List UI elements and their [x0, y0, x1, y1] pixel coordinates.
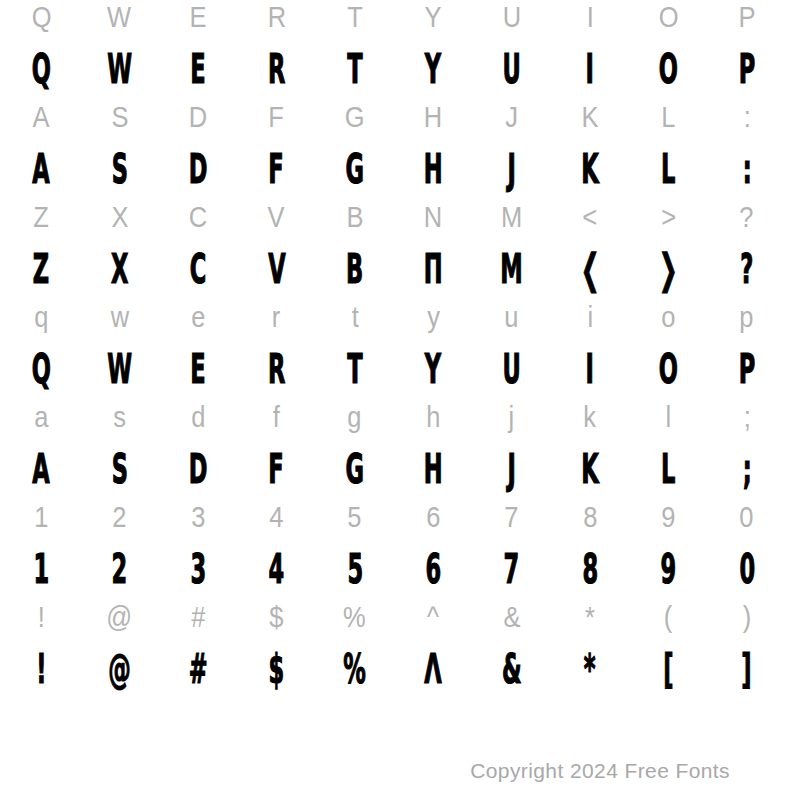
reference-glyph: 4	[269, 502, 283, 532]
reference-glyph-cell: N	[394, 192, 472, 242]
reference-glyph: p	[740, 302, 754, 332]
preview-glyph: 2	[112, 549, 128, 590]
reference-glyph-cell: t	[316, 292, 394, 342]
preview-glyph: H	[424, 449, 443, 490]
preview-glyph: ❮	[581, 249, 600, 290]
preview-glyph-cell: W	[80, 44, 158, 94]
reference-glyph: r	[272, 302, 281, 332]
preview-glyph-cell: E	[159, 344, 237, 394]
reference-row-5: asdfghjkl;	[2, 392, 786, 442]
preview-glyph: $	[269, 649, 285, 690]
preview-glyph: T	[347, 349, 362, 390]
reference-glyph: B	[346, 202, 363, 232]
preview-glyph-cell: A	[2, 144, 80, 194]
reference-glyph: 0	[740, 502, 754, 532]
preview-glyph: 4	[269, 549, 285, 590]
reference-glyph: J	[505, 102, 518, 132]
preview-glyph-cell: ❯	[629, 244, 707, 294]
preview-glyph-cell: A	[2, 444, 80, 494]
reference-glyph-cell: D	[159, 92, 237, 142]
preview-row-5: ASDFGHJKL;	[2, 444, 786, 494]
preview-glyph-cell: @	[80, 644, 158, 694]
preview-glyph-cell: 4	[237, 544, 315, 594]
reference-glyph-cell: 8	[551, 492, 629, 542]
reference-glyph: I	[586, 2, 593, 32]
preview-glyph-cell: F	[237, 144, 315, 194]
preview-glyph-cell: R	[237, 44, 315, 94]
preview-glyph-cell: 9	[629, 544, 707, 594]
reference-glyph-cell: H	[394, 92, 472, 142]
preview-glyph: 3	[190, 549, 206, 590]
preview-glyph: R	[268, 49, 285, 90]
preview-glyph-cell: G	[316, 144, 394, 194]
preview-glyph-cell: U	[472, 344, 550, 394]
preview-glyph-cell: G	[316, 444, 394, 494]
preview-glyph-cell: C	[159, 244, 237, 294]
reference-glyph: Z	[33, 202, 49, 232]
preview-row-6: 1234567890	[2, 544, 786, 594]
reference-glyph-cell: <	[551, 192, 629, 242]
preview-glyph: #	[189, 649, 208, 690]
preview-glyph: J	[507, 449, 515, 490]
preview-glyph-cell: I	[551, 44, 629, 94]
preview-glyph: X	[111, 249, 128, 290]
reference-glyph-cell: B	[316, 192, 394, 242]
preview-glyph-cell: %	[316, 644, 394, 694]
reference-glyph-cell: M	[472, 192, 550, 242]
preview-glyph: I	[586, 49, 594, 90]
preview-glyph: P	[739, 349, 756, 390]
preview-glyph: &	[502, 649, 522, 690]
preview-glyph: F	[269, 149, 284, 190]
preview-glyph: H	[424, 149, 443, 190]
reference-glyph: )	[743, 602, 752, 632]
preview-glyph: J	[507, 149, 515, 190]
reference-glyph-cell: 0	[708, 492, 786, 542]
preview-glyph: W	[107, 49, 132, 90]
reference-glyph-cell: !	[2, 592, 80, 642]
preview-glyph-cell: 7	[472, 544, 550, 594]
preview-glyph: W	[107, 349, 132, 390]
reference-glyph: O	[658, 2, 678, 32]
reference-glyph: U	[502, 2, 520, 32]
reference-glyph: ?	[740, 202, 754, 232]
preview-glyph: O	[659, 349, 678, 390]
reference-glyph: Q	[31, 2, 51, 32]
reference-glyph-cell: 3	[159, 492, 237, 542]
reference-glyph-cell: W	[80, 0, 158, 42]
preview-glyph-cell: $	[237, 644, 315, 694]
preview-glyph: 5	[347, 549, 363, 590]
preview-glyph: %	[343, 649, 366, 690]
reference-glyph-cell: S	[80, 92, 158, 142]
reference-glyph: u	[505, 302, 519, 332]
reference-glyph-cell: k	[551, 392, 629, 442]
reference-glyph-cell: w	[80, 292, 158, 342]
reference-glyph-cell: i	[551, 292, 629, 342]
preview-glyph: 1	[33, 549, 49, 590]
preview-glyph: V	[268, 249, 285, 290]
reference-glyph-cell: p	[708, 292, 786, 342]
preview-glyph: R	[268, 349, 285, 390]
reference-glyph-cell: K	[551, 92, 629, 142]
preview-glyph: G	[346, 449, 365, 490]
preview-glyph-cell: [	[629, 644, 707, 694]
preview-glyph: :	[742, 149, 751, 190]
reference-glyph-cell: ;	[708, 392, 786, 442]
preview-glyph-cell: 6	[394, 544, 472, 594]
reference-glyph-cell: %	[316, 592, 394, 642]
preview-glyph: П	[424, 249, 443, 290]
reference-glyph: t	[351, 302, 358, 332]
reference-glyph: 8	[583, 502, 597, 532]
preview-glyph-cell: P	[708, 44, 786, 94]
preview-glyph-cell: П	[394, 244, 472, 294]
reference-glyph-cell: &	[472, 592, 550, 642]
preview-glyph: 6	[425, 549, 441, 590]
reference-glyph: #	[191, 602, 205, 632]
reference-glyph: s	[113, 402, 126, 432]
reference-row-6: 1234567890	[2, 492, 786, 542]
preview-glyph-cell: H	[394, 444, 472, 494]
preview-glyph-cell: #	[159, 644, 237, 694]
reference-glyph-cell: I	[551, 0, 629, 42]
reference-glyph: H	[424, 102, 442, 132]
preview-glyph: E	[190, 349, 205, 390]
preview-glyph-cell: :	[708, 144, 786, 194]
reference-glyph-cell: s	[80, 392, 158, 442]
reference-glyph: ^	[427, 602, 439, 632]
reference-glyph-cell: 1	[2, 492, 80, 542]
preview-glyph-cell: L	[629, 444, 707, 494]
preview-glyph-cell: L	[629, 144, 707, 194]
reference-glyph-cell: 4	[237, 492, 315, 542]
specimen-sheet: QWERTYUIOPQWERTYUIOPASDFGHJKL:ASDFGHJKL:…	[0, 0, 800, 800]
preview-glyph: Λ	[424, 649, 441, 690]
preview-glyph: S	[111, 149, 127, 190]
preview-glyph: 8	[582, 549, 598, 590]
reference-glyph-cell: (	[629, 592, 707, 642]
reference-glyph-cell: 6	[394, 492, 472, 542]
reference-glyph: @	[107, 602, 133, 632]
preview-glyph-cell: T	[316, 344, 394, 394]
preview-glyph-cell: F	[237, 444, 315, 494]
reference-glyph: o	[661, 302, 675, 332]
reference-glyph: F	[269, 102, 285, 132]
preview-glyph-cell: H	[394, 144, 472, 194]
preview-glyph-cell: 0	[708, 544, 786, 594]
reference-row-1: QWERTYUIOP	[2, 0, 786, 42]
preview-glyph-cell: 1	[2, 544, 80, 594]
preview-glyph-cell: ❮	[551, 244, 629, 294]
preview-glyph-cell: J	[472, 444, 550, 494]
reference-glyph-cell: J	[472, 92, 550, 142]
preview-glyph: M	[500, 249, 522, 290]
preview-glyph: Z	[33, 249, 49, 290]
reference-glyph: <	[583, 202, 598, 232]
preview-glyph: G	[346, 149, 365, 190]
reference-row-2: ASDFGHJKL:	[2, 92, 786, 142]
reference-glyph-cell: X	[80, 192, 158, 242]
reference-glyph-cell: o	[629, 292, 707, 342]
reference-glyph-cell: Q	[2, 0, 80, 42]
preview-row-4: QWERTYUIOP	[2, 344, 786, 394]
reference-glyph: :	[743, 102, 750, 132]
reference-glyph-cell: f	[237, 392, 315, 442]
preview-row-7: !@#$%Λ&*[]	[2, 644, 786, 694]
reference-glyph: *	[585, 602, 595, 632]
preview-glyph-cell: Q	[2, 344, 80, 394]
reference-glyph-cell: ^	[394, 592, 472, 642]
reference-glyph-cell: h	[394, 392, 472, 442]
reference-glyph-cell: e	[159, 292, 237, 342]
preview-glyph-cell: U	[472, 44, 550, 94]
reference-glyph: 1	[34, 502, 48, 532]
reference-glyph: (	[664, 602, 673, 632]
reference-glyph-cell: L	[629, 92, 707, 142]
preview-glyph: T	[347, 49, 362, 90]
reference-glyph-cell: ?	[708, 192, 786, 242]
preview-glyph-cell: T	[316, 44, 394, 94]
preview-glyph-cell: P	[708, 344, 786, 394]
preview-glyph: I	[586, 349, 594, 390]
preview-glyph-cell: X	[80, 244, 158, 294]
preview-glyph: K	[581, 149, 598, 190]
reference-glyph-cell: Y	[394, 0, 472, 42]
reference-glyph: V	[268, 202, 285, 232]
preview-row-1: QWERTYUIOP	[2, 44, 786, 94]
reference-glyph-cell: @	[80, 592, 158, 642]
reference-glyph: a	[34, 402, 48, 432]
preview-glyph-cell: K	[551, 144, 629, 194]
preview-glyph: D	[189, 449, 208, 490]
preview-glyph: S	[111, 449, 127, 490]
preview-glyph-cell: *	[551, 644, 629, 694]
preview-glyph: E	[190, 49, 205, 90]
preview-glyph-cell: O	[629, 344, 707, 394]
preview-glyph: F	[269, 449, 284, 490]
reference-glyph: h	[426, 402, 440, 432]
preview-glyph-cell: S	[80, 144, 158, 194]
preview-glyph-cell: 5	[316, 544, 394, 594]
preview-glyph-cell: D	[159, 144, 237, 194]
reference-glyph: P	[738, 2, 755, 32]
reference-glyph-cell: A	[2, 92, 80, 142]
preview-glyph: !	[36, 649, 46, 690]
preview-glyph-cell: Λ	[394, 644, 472, 694]
reference-glyph: %	[343, 602, 366, 632]
preview-glyph-cell: B	[316, 244, 394, 294]
preview-row-3: ZXCVBПM❮❯?	[2, 244, 786, 294]
preview-glyph-cell: Z	[2, 244, 80, 294]
reference-glyph: w	[110, 302, 128, 332]
preview-glyph-cell: Y	[394, 344, 472, 394]
preview-glyph-cell: D	[159, 444, 237, 494]
reference-glyph: &	[503, 602, 520, 632]
reference-glyph-cell: G	[316, 92, 394, 142]
reference-glyph: E	[189, 2, 206, 32]
preview-glyph: U	[502, 49, 520, 90]
reference-glyph-cell: )	[708, 592, 786, 642]
preview-glyph-cell: J	[472, 144, 550, 194]
reference-glyph-cell: 5	[316, 492, 394, 542]
reference-glyph: g	[348, 402, 362, 432]
reference-glyph-cell: g	[316, 392, 394, 442]
reference-glyph-cell: #	[159, 592, 237, 642]
reference-glyph: e	[191, 302, 205, 332]
reference-glyph: $	[269, 602, 283, 632]
reference-glyph-cell: y	[394, 292, 472, 342]
reference-glyph-cell: F	[237, 92, 315, 142]
reference-glyph: D	[189, 102, 207, 132]
reference-glyph-cell: V	[237, 192, 315, 242]
preview-glyph: Q	[32, 49, 51, 90]
preview-glyph: K	[581, 449, 598, 490]
copyright-text: Copyright 2024 Free Fonts	[470, 759, 730, 783]
reference-glyph: 6	[426, 502, 440, 532]
reference-glyph: X	[111, 202, 128, 232]
preview-glyph: *	[584, 649, 596, 690]
reference-glyph-cell: P	[708, 0, 786, 42]
preview-glyph: ?	[740, 249, 753, 290]
preview-glyph-cell: &	[472, 644, 550, 694]
reference-glyph-cell: q	[2, 292, 80, 342]
reference-glyph: G	[345, 102, 365, 132]
reference-glyph: 7	[505, 502, 519, 532]
preview-glyph-cell: W	[80, 344, 158, 394]
preview-glyph-cell: 8	[551, 544, 629, 594]
reference-glyph: 5	[348, 502, 362, 532]
preview-glyph-cell: ]	[708, 644, 786, 694]
preview-glyph-cell: V	[237, 244, 315, 294]
preview-glyph: 7	[504, 549, 520, 590]
preview-glyph: ;	[742, 449, 751, 490]
reference-glyph-cell: *	[551, 592, 629, 642]
reference-glyph-cell: O	[629, 0, 707, 42]
preview-glyph-cell: 3	[159, 544, 237, 594]
reference-glyph-cell: u	[472, 292, 550, 342]
reference-glyph-cell: R	[237, 0, 315, 42]
reference-glyph-cell: $	[237, 592, 315, 642]
reference-glyph: d	[191, 402, 205, 432]
reference-row-7: !@#$%^&*()	[2, 592, 786, 642]
preview-glyph: A	[32, 449, 49, 490]
reference-glyph: 3	[191, 502, 205, 532]
reference-glyph: C	[189, 202, 207, 232]
preview-glyph-cell: K	[551, 444, 629, 494]
preview-glyph-cell: 2	[80, 544, 158, 594]
preview-glyph-cell: ;	[708, 444, 786, 494]
reference-glyph-cell: E	[159, 0, 237, 42]
preview-glyph: @	[108, 649, 131, 690]
preview-glyph-cell: I	[551, 344, 629, 394]
reference-glyph-cell: r	[237, 292, 315, 342]
preview-glyph-cell: O	[629, 44, 707, 94]
reference-glyph-cell: 7	[472, 492, 550, 542]
preview-glyph: Y	[425, 349, 441, 390]
reference-glyph: 2	[113, 502, 127, 532]
preview-glyph: D	[189, 149, 208, 190]
reference-glyph: !	[38, 602, 45, 632]
preview-glyph-cell: M	[472, 244, 550, 294]
reference-glyph: i	[587, 302, 593, 332]
reference-glyph-cell: j	[472, 392, 550, 442]
preview-glyph-cell: R	[237, 344, 315, 394]
preview-glyph: O	[659, 49, 678, 90]
reference-glyph-cell: Z	[2, 192, 80, 242]
reference-glyph: A	[33, 102, 50, 132]
preview-glyph: Q	[32, 349, 51, 390]
reference-glyph: ;	[743, 402, 750, 432]
preview-glyph-cell: Q	[2, 44, 80, 94]
reference-glyph: R	[267, 2, 285, 32]
reference-glyph: M	[501, 202, 522, 232]
preview-glyph: U	[502, 349, 520, 390]
reference-glyph: f	[273, 402, 280, 432]
reference-glyph-cell: U	[472, 0, 550, 42]
reference-glyph: N	[424, 202, 442, 232]
reference-row-3: ZXCVBNM<>?	[2, 192, 786, 242]
preview-glyph: 9	[661, 549, 677, 590]
reference-glyph: L	[661, 102, 675, 132]
reference-glyph-cell: d	[159, 392, 237, 442]
reference-glyph: K	[581, 102, 598, 132]
preview-glyph-cell: E	[159, 44, 237, 94]
preview-glyph: L	[661, 449, 675, 490]
preview-glyph: 0	[739, 549, 755, 590]
preview-glyph: P	[739, 49, 756, 90]
reference-glyph-cell: l	[629, 392, 707, 442]
preview-glyph: B	[346, 249, 363, 290]
reference-glyph-cell: C	[159, 192, 237, 242]
preview-glyph-cell: S	[80, 444, 158, 494]
reference-glyph: >	[661, 202, 676, 232]
preview-glyph-cell: Y	[394, 44, 472, 94]
preview-glyph: A	[32, 149, 49, 190]
reference-glyph-cell: 2	[80, 492, 158, 542]
reference-glyph: Y	[425, 2, 442, 32]
preview-glyph: C	[190, 249, 207, 290]
reference-glyph: S	[111, 102, 128, 132]
preview-glyph: ]	[742, 649, 752, 690]
reference-row-4: qwertyuiop	[2, 292, 786, 342]
reference-glyph: l	[666, 402, 672, 432]
preview-glyph: L	[661, 149, 675, 190]
reference-glyph: W	[108, 2, 132, 32]
preview-glyph-cell: !	[2, 644, 80, 694]
reference-glyph: q	[34, 302, 48, 332]
reference-glyph-cell: a	[2, 392, 80, 442]
reference-glyph: j	[509, 402, 515, 432]
reference-glyph: k	[584, 402, 597, 432]
reference-glyph: y	[427, 302, 440, 332]
preview-glyph: ❯	[659, 249, 678, 290]
reference-glyph-cell: T	[316, 0, 394, 42]
preview-glyph-cell: ?	[708, 244, 786, 294]
reference-glyph: T	[347, 2, 363, 32]
reference-glyph: 9	[661, 502, 675, 532]
preview-row-2: ASDFGHJKL:	[2, 144, 786, 194]
reference-glyph-cell: >	[629, 192, 707, 242]
preview-glyph: Y	[425, 49, 441, 90]
reference-glyph-cell: 9	[629, 492, 707, 542]
preview-glyph: [	[663, 649, 673, 690]
reference-glyph-cell: :	[708, 92, 786, 142]
